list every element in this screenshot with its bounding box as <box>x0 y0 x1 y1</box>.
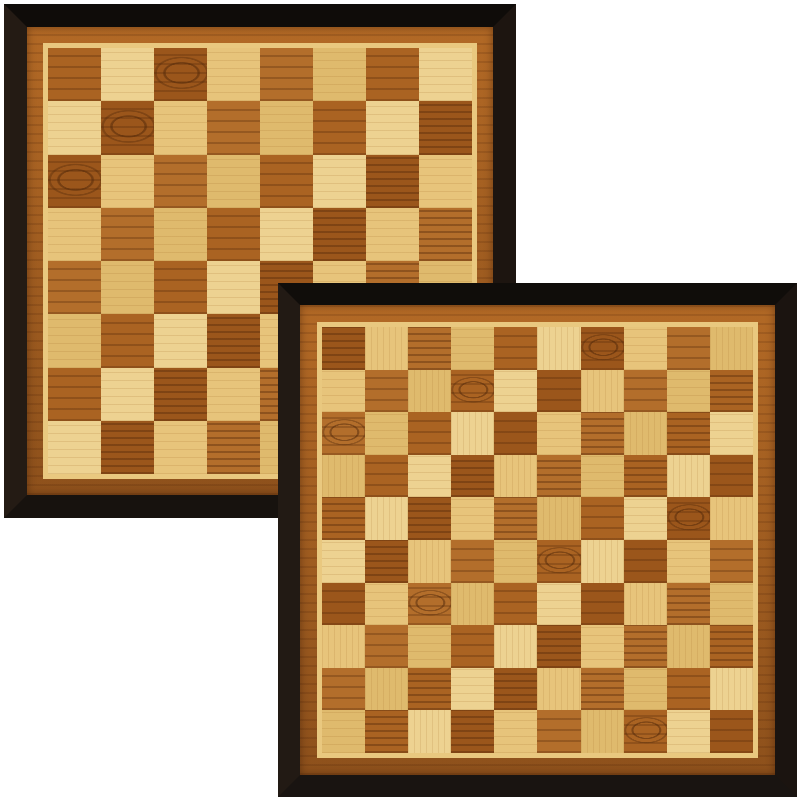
board-square <box>624 583 667 626</box>
board-square <box>451 455 494 498</box>
board-square <box>207 421 260 474</box>
board-square <box>207 48 260 101</box>
board-square <box>581 583 624 626</box>
board-square <box>451 583 494 626</box>
board-square <box>48 101 101 154</box>
board-square <box>624 412 667 455</box>
board-square <box>154 155 207 208</box>
board-square <box>313 155 366 208</box>
board-square <box>207 314 260 367</box>
board-square <box>451 497 494 540</box>
board-square <box>624 625 667 668</box>
board-square <box>48 314 101 367</box>
board-square <box>624 497 667 540</box>
board-square <box>313 208 366 261</box>
board-square <box>581 370 624 413</box>
board-square <box>48 261 101 314</box>
board-square <box>154 261 207 314</box>
board-square <box>710 455 753 498</box>
board-square <box>667 668 710 711</box>
board-square <box>494 625 537 668</box>
board-square <box>581 540 624 583</box>
board-square <box>365 327 408 370</box>
board-square <box>48 48 101 101</box>
board-square <box>710 710 753 753</box>
board-grid <box>317 322 758 758</box>
board-square <box>667 455 710 498</box>
board-square <box>366 101 419 154</box>
board-square <box>101 314 154 367</box>
board-square <box>48 368 101 421</box>
board-square <box>710 412 753 455</box>
board-square <box>581 625 624 668</box>
board-square <box>154 101 207 154</box>
board-square <box>710 540 753 583</box>
board-square <box>365 583 408 626</box>
board-square <box>408 710 451 753</box>
board-square <box>322 497 365 540</box>
board-square <box>313 48 366 101</box>
board-square <box>322 327 365 370</box>
board-square <box>408 540 451 583</box>
board-square <box>207 368 260 421</box>
board-square <box>207 155 260 208</box>
board-square <box>154 48 207 101</box>
board-square <box>419 208 472 261</box>
board-square <box>624 455 667 498</box>
board-square <box>581 710 624 753</box>
board-square <box>494 327 537 370</box>
board-square <box>408 455 451 498</box>
board-square <box>408 583 451 626</box>
board-square <box>154 314 207 367</box>
board-square <box>624 370 667 413</box>
board-square <box>494 668 537 711</box>
board-square <box>451 668 494 711</box>
board-square <box>101 261 154 314</box>
board-square <box>322 583 365 626</box>
board-square <box>207 208 260 261</box>
board-square <box>365 370 408 413</box>
board-square <box>419 155 472 208</box>
board-square <box>101 48 154 101</box>
board-square <box>260 101 313 154</box>
board-square <box>365 540 408 583</box>
board-square <box>48 208 101 261</box>
board-square <box>710 327 753 370</box>
board-square <box>710 370 753 413</box>
board-square <box>154 421 207 474</box>
board-square <box>408 497 451 540</box>
board-square <box>365 625 408 668</box>
board-square <box>451 540 494 583</box>
board-square <box>710 668 753 711</box>
board-square <box>667 370 710 413</box>
board-square <box>365 710 408 753</box>
board-square <box>710 497 753 540</box>
board-square <box>710 625 753 668</box>
board-square <box>581 668 624 711</box>
board-square <box>494 497 537 540</box>
board-square <box>537 668 580 711</box>
board-square <box>494 455 537 498</box>
board-square <box>537 370 580 413</box>
board-square <box>313 101 366 154</box>
board-square <box>624 668 667 711</box>
board-square <box>537 455 580 498</box>
board-square <box>667 412 710 455</box>
board-square <box>494 412 537 455</box>
board-square <box>101 208 154 261</box>
board-square <box>154 368 207 421</box>
board-square <box>365 668 408 711</box>
board-square <box>581 497 624 540</box>
board-square <box>451 412 494 455</box>
board-square <box>581 455 624 498</box>
board-square <box>365 455 408 498</box>
board-square <box>419 48 472 101</box>
board-square <box>537 540 580 583</box>
board-square <box>408 412 451 455</box>
board-square <box>101 368 154 421</box>
board-square <box>494 370 537 413</box>
board-square <box>537 497 580 540</box>
board-square <box>322 540 365 583</box>
board-square <box>408 327 451 370</box>
board-margin <box>300 305 775 775</box>
board-square <box>710 583 753 626</box>
board-square <box>581 412 624 455</box>
board-square <box>408 370 451 413</box>
board-square <box>667 327 710 370</box>
board-square <box>322 412 365 455</box>
board-square <box>419 101 472 154</box>
board-square <box>537 327 580 370</box>
board-square <box>365 497 408 540</box>
board-square <box>667 625 710 668</box>
board-square <box>322 455 365 498</box>
board-square <box>366 48 419 101</box>
board-square <box>624 540 667 583</box>
board-square <box>581 327 624 370</box>
board-square <box>101 421 154 474</box>
board-square <box>260 155 313 208</box>
board-square <box>494 540 537 583</box>
board-square <box>537 625 580 668</box>
board-square <box>451 370 494 413</box>
board-square <box>451 710 494 753</box>
board-square <box>667 583 710 626</box>
board-square <box>451 625 494 668</box>
board-square <box>322 625 365 668</box>
board-square <box>207 261 260 314</box>
board-square <box>408 668 451 711</box>
board-square <box>154 208 207 261</box>
board-square <box>366 208 419 261</box>
board-square <box>207 101 260 154</box>
draughts-board-10x10 <box>278 283 797 797</box>
board-square <box>537 412 580 455</box>
board-square <box>624 710 667 753</box>
board-square <box>48 421 101 474</box>
board-square <box>408 625 451 668</box>
board-square <box>48 155 101 208</box>
board-square <box>366 155 419 208</box>
board-square <box>667 497 710 540</box>
board-square <box>494 710 537 753</box>
board-square <box>365 412 408 455</box>
board-square <box>322 710 365 753</box>
board-square <box>451 327 494 370</box>
board-square <box>101 155 154 208</box>
board-square <box>667 710 710 753</box>
board-square <box>260 48 313 101</box>
board-square <box>494 583 537 626</box>
board-square <box>260 208 313 261</box>
board-square <box>101 101 154 154</box>
board-square <box>322 370 365 413</box>
board-square <box>624 327 667 370</box>
board-square <box>537 710 580 753</box>
board-square <box>667 540 710 583</box>
board-square <box>537 583 580 626</box>
board-square <box>322 668 365 711</box>
